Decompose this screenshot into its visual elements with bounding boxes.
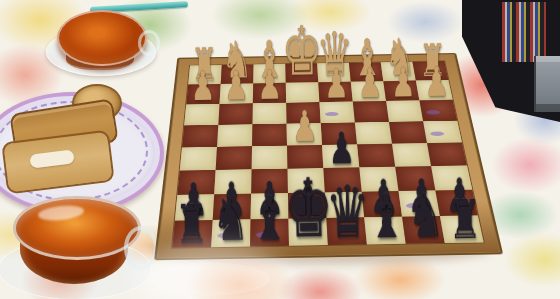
piece-black-queen-d8[interactable]: ♛: [325, 176, 370, 248]
piece-black-rook-h8[interactable]: ♜: [174, 197, 208, 251]
piece-white-pawn-e4[interactable]: ♟: [291, 106, 317, 149]
stain-mark: [325, 112, 339, 116]
square-g8[interactable]: ♞: [211, 219, 250, 247]
square-a2[interactable]: ♟: [416, 80, 453, 100]
square-a3[interactable]: [419, 100, 457, 121]
square-d3[interactable]: [319, 102, 354, 123]
square-f8[interactable]: ♝: [250, 219, 289, 247]
square-c4[interactable]: [355, 122, 392, 145]
square-h4[interactable]: [182, 125, 218, 148]
piece-black-bishop-c8[interactable]: ♝: [367, 187, 405, 248]
square-b3[interactable]: [386, 100, 423, 121]
square-b4[interactable]: [389, 121, 427, 144]
square-b8[interactable]: ♞: [402, 216, 445, 244]
chess-board-scene: ♜♞♝♚♛♝♞♜♟♟♟♟♟♟♟♟♟♟♟♟♟♟♟♟♜♞♝♚♛♝♞♜: [167, 0, 477, 299]
square-c2[interactable]: ♟: [351, 81, 386, 101]
square-d2[interactable]: ♟: [318, 82, 352, 102]
square-e2[interactable]: [286, 82, 320, 102]
piece-black-rook-a8[interactable]: ♜: [448, 192, 482, 246]
square-e4[interactable]: ♟: [287, 123, 322, 146]
square-a8[interactable]: ♜: [440, 215, 484, 243]
tea-glass-top-handle[interactable]: [138, 30, 160, 56]
square-e1[interactable]: ♚: [285, 63, 318, 83]
square-c5[interactable]: [357, 144, 395, 168]
stain-mark: [430, 131, 445, 136]
square-c8[interactable]: ♝: [364, 217, 406, 245]
square-a4[interactable]: [423, 121, 462, 143]
square-g2[interactable]: ♟: [220, 83, 254, 104]
square-b2[interactable]: ♟: [383, 81, 419, 101]
square-g4[interactable]: [217, 124, 252, 147]
piece-white-pawn-h2[interactable]: ♟: [190, 66, 215, 107]
square-f4[interactable]: [252, 124, 287, 147]
piece-black-knight-b8[interactable]: ♞: [406, 186, 444, 247]
square-d8[interactable]: ♛: [326, 217, 367, 245]
square-c3[interactable]: [353, 101, 389, 122]
piece-white-pawn-g2[interactable]: ♟: [223, 66, 248, 107]
book-spines: [502, 2, 546, 62]
square-a5[interactable]: [427, 143, 467, 167]
piece-white-pawn-c2[interactable]: ♟: [357, 63, 382, 104]
piece-white-pawn-a2[interactable]: ♟: [424, 62, 449, 103]
piece-white-pawn-d2[interactable]: ♟: [323, 64, 348, 105]
square-g5[interactable]: [216, 146, 252, 170]
square-e8[interactable]: ♚: [288, 218, 327, 246]
board-grid: ♜♞♝♚♛♝♞♜♟♟♟♟♟♟♟♟♟♟♟♟♟♟♟♟♜♞♝♚♛♝♞♜: [172, 61, 483, 248]
square-h5[interactable]: [180, 147, 217, 171]
gray-appliance: [534, 56, 560, 112]
square-h2[interactable]: ♟: [186, 84, 220, 105]
square-h8[interactable]: ♜: [172, 220, 213, 248]
piece-black-bishop-f8[interactable]: ♝: [250, 189, 288, 250]
camera-flash-glare: [150, 262, 270, 296]
square-f5[interactable]: [252, 146, 288, 170]
square-f2[interactable]: ♟: [253, 83, 286, 103]
piece-black-knight-g8[interactable]: ♞: [211, 189, 249, 250]
piece-white-pawn-f2[interactable]: ♟: [257, 65, 282, 106]
square-g3[interactable]: [218, 103, 253, 125]
square-f3[interactable]: [252, 103, 286, 124]
stain-mark: [426, 110, 440, 114]
square-b5[interactable]: [392, 143, 431, 167]
piece-white-pawn-b2[interactable]: ♟: [390, 63, 415, 104]
tea-glass-top[interactable]: [57, 10, 147, 66]
photo-chess-scene: { "game": "chess", "position": { "fen": …: [0, 0, 560, 299]
chess-board: ♜♞♝♚♛♝♞♜♟♟♟♟♟♟♟♟♟♟♟♟♟♟♟♟♜♞♝♚♛♝♞♜: [154, 53, 503, 260]
square-h3[interactable]: [184, 104, 219, 126]
